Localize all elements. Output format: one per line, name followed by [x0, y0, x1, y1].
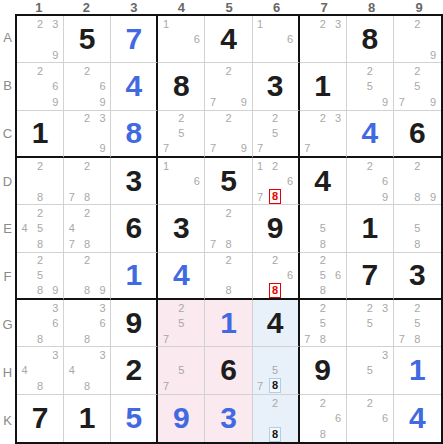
cell-K9[interactable]: 4	[394, 395, 441, 442]
cell-B1[interactable]: 269	[17, 63, 64, 110]
given-digit: 1	[347, 205, 393, 251]
candidate-2: 2	[268, 111, 283, 126]
cell-F6[interactable]: 268	[253, 253, 300, 300]
cell-E7[interactable]: 58	[300, 205, 347, 252]
candidate-7: 7	[300, 331, 315, 346]
candidate-3: 3	[48, 347, 63, 362]
candidate-7: 7	[158, 378, 173, 393]
candidate-5: 5	[315, 315, 330, 330]
given-digit: 5	[205, 158, 251, 204]
given-digit: 5	[64, 16, 110, 62]
cell-D2[interactable]: 278	[64, 158, 111, 205]
cell-C8[interactable]: 4	[347, 111, 394, 158]
row-label-C: C	[0, 110, 15, 158]
cell-E6[interactable]: 9	[253, 205, 300, 252]
candidate-8: 8	[32, 236, 47, 251]
candidate-8: 8	[315, 236, 330, 251]
candidate-4: 4	[17, 221, 32, 236]
candidate-2: 2	[315, 111, 330, 126]
cell-K1[interactable]: 7	[17, 395, 64, 442]
candidate-7: 7	[205, 94, 220, 109]
candidate-1: 1	[158, 158, 173, 173]
cell-G8[interactable]: 235	[347, 300, 394, 347]
candidate-8: 8	[79, 331, 94, 346]
cell-F7[interactable]: 2568	[300, 253, 347, 300]
candidate-5: 5	[174, 315, 189, 330]
candidate-9: 9	[48, 47, 63, 62]
given-digit: 2	[111, 347, 156, 393]
candidate-5: 5	[268, 363, 283, 378]
cell-E3[interactable]: 6	[111, 205, 158, 252]
col-label-7: 7	[300, 0, 348, 15]
candidate-7: 7	[64, 189, 79, 204]
boxed-candidate-digit: 8	[269, 427, 281, 442]
cell-B6[interactable]: 3	[253, 63, 300, 110]
given-digit: 1	[64, 395, 110, 442]
candidate-2: 2	[32, 158, 47, 173]
cell-A5[interactable]: 4	[205, 16, 252, 63]
candidate-5: 5	[268, 126, 283, 141]
candidate-2: 2	[174, 111, 189, 126]
cell-E8[interactable]: 1	[347, 205, 394, 252]
candidate-7: 7	[253, 189, 268, 204]
given-digit: 1	[300, 63, 346, 109]
solved-digit: 4	[347, 111, 393, 156]
cell-F5[interactable]: 28	[205, 253, 252, 300]
candidate-6: 6	[378, 173, 393, 188]
cell-C5[interactable]: 279	[205, 111, 252, 158]
cell-D8[interactable]: 269	[347, 158, 394, 205]
boxed-candidate-digit: 8	[269, 283, 281, 298]
solved-digit: 4	[394, 395, 441, 442]
given-digit: 6	[111, 205, 156, 251]
blue-boxed-candidate-8: 8	[268, 426, 283, 442]
given-digit: 6	[394, 111, 441, 156]
candidate-9: 9	[378, 189, 393, 204]
candidate-8: 8	[221, 236, 236, 251]
cell-G7[interactable]: 2578	[300, 300, 347, 347]
col-label-2: 2	[63, 0, 111, 15]
candidate-2: 2	[410, 300, 426, 315]
candidate-2: 2	[410, 63, 426, 78]
cell-B3[interactable]: 4	[111, 63, 158, 110]
candidate-5: 5	[174, 126, 189, 141]
candidate-9: 9	[95, 94, 110, 109]
cell-B5[interactable]: 279	[205, 63, 252, 110]
boxed-candidate-digit: 8	[269, 378, 281, 393]
candidate-9: 9	[236, 141, 251, 156]
candidate-2: 2	[174, 300, 189, 315]
cell-H7[interactable]: 9	[300, 347, 347, 394]
cell-A1[interactable]: 239	[17, 16, 64, 63]
candidate-2: 2	[32, 63, 47, 78]
candidate-3: 3	[330, 111, 345, 126]
candidate-5: 5	[410, 315, 426, 330]
given-digit: 8	[347, 16, 393, 62]
candidate-2: 2	[362, 395, 377, 411]
candidate-2: 2	[315, 300, 330, 315]
candidate-9: 9	[378, 94, 393, 109]
candidate-9: 9	[95, 141, 110, 156]
candidate-6: 6	[283, 268, 298, 283]
col-label-5: 5	[205, 0, 253, 15]
row-label-D: D	[0, 157, 15, 205]
given-digit: 3	[111, 158, 156, 204]
cell-B9[interactable]: 2579	[394, 63, 441, 110]
cell-D4[interactable]: 16	[158, 158, 205, 205]
candidate-3: 3	[48, 16, 63, 31]
solved-digit: 7	[111, 16, 156, 62]
candidate-1: 1	[253, 158, 268, 173]
candidate-7: 7	[158, 331, 173, 346]
candidate-9: 9	[425, 189, 441, 204]
candidate-7: 7	[300, 141, 315, 156]
cell-A6[interactable]: 16	[253, 16, 300, 63]
blue-boxed-candidate-8: 8	[268, 378, 283, 393]
candidate-2: 2	[221, 63, 236, 78]
candidate-8: 8	[79, 378, 94, 393]
col-label-3: 3	[110, 0, 158, 15]
cell-G3[interactable]: 9	[111, 300, 158, 347]
candidate-9: 9	[95, 283, 110, 298]
candidate-3: 3	[95, 347, 110, 362]
candidate-2: 2	[362, 63, 377, 78]
candidate-6: 6	[330, 410, 345, 426]
candidate-5: 5	[362, 315, 377, 330]
row-label-E: E	[0, 205, 15, 253]
candidate-2: 2	[221, 205, 236, 220]
solved-digit: 8	[111, 111, 156, 156]
candidate-2: 2	[79, 63, 94, 78]
cell-D7[interactable]: 4	[300, 158, 347, 205]
candidate-8: 8	[79, 236, 94, 251]
candidate-2: 2	[362, 300, 377, 315]
candidate-2: 2	[79, 253, 94, 268]
candidate-6: 6	[95, 315, 110, 330]
solved-digit: 1	[111, 253, 156, 298]
candidate-2: 2	[32, 16, 47, 31]
cell-H1[interactable]: 348	[17, 347, 64, 394]
candidate-2: 2	[315, 253, 330, 268]
cell-D9[interactable]: 289	[394, 158, 441, 205]
candidate-5: 5	[315, 268, 330, 283]
candidate-9: 9	[425, 47, 441, 62]
candidate-8: 8	[32, 331, 47, 346]
cell-C4[interactable]: 257	[158, 111, 205, 158]
given-digit: 4	[300, 158, 346, 204]
candidate-9: 9	[425, 94, 441, 109]
candidate-6: 6	[48, 79, 63, 94]
cell-E2[interactable]: 2478	[64, 205, 111, 252]
cell-H3[interactable]: 2	[111, 347, 158, 394]
cell-D3[interactable]: 3	[111, 158, 158, 205]
given-digit: 3	[253, 63, 298, 109]
cell-C1[interactable]: 1	[17, 111, 64, 158]
candidate-2: 2	[268, 253, 283, 268]
given-digit: 9	[111, 300, 156, 346]
cell-B8[interactable]: 259	[347, 63, 394, 110]
candidate-8: 8	[315, 283, 330, 298]
candidate-2: 2	[315, 395, 330, 411]
cell-F4[interactable]: 4	[158, 253, 205, 300]
cell-K2[interactable]: 1	[64, 395, 111, 442]
candidate-5: 5	[362, 363, 377, 378]
candidate-1: 1	[253, 16, 268, 31]
given-digit: 4	[253, 300, 298, 346]
cell-A8[interactable]: 8	[347, 16, 394, 63]
candidate-8: 8	[32, 283, 47, 298]
cell-H5[interactable]: 6	[205, 347, 252, 394]
row-labels: ABCDEFGHK	[0, 14, 15, 444]
cell-H4[interactable]: 57	[158, 347, 205, 394]
candidate-4: 4	[17, 363, 32, 378]
candidate-5: 5	[410, 221, 426, 236]
given-digit: 8	[158, 63, 204, 109]
candidate-2: 2	[268, 158, 283, 173]
candidate-8: 8	[79, 283, 94, 298]
cell-H8[interactable]: 35	[347, 347, 394, 394]
cell-H9[interactable]: 1	[394, 347, 441, 394]
cell-H2[interactable]: 348	[64, 347, 111, 394]
candidate-5: 5	[410, 79, 426, 94]
cell-C3[interactable]: 8	[111, 111, 158, 158]
candidate-8: 8	[410, 189, 426, 204]
cell-C9[interactable]: 6	[394, 111, 441, 158]
candidate-3: 3	[378, 300, 393, 315]
cell-G2[interactable]: 368	[64, 300, 111, 347]
candidate-7: 7	[158, 141, 173, 156]
row-label-B: B	[0, 62, 15, 110]
candidate-8: 8	[410, 331, 426, 346]
candidate-5: 5	[174, 363, 189, 378]
cell-D6[interactable]: 12678	[253, 158, 300, 205]
cell-A2[interactable]: 5	[64, 16, 111, 63]
candidate-8: 8	[79, 189, 94, 204]
row-label-F: F	[0, 253, 15, 301]
cell-A9[interactable]: 29	[394, 16, 441, 63]
given-digit: 3	[394, 253, 441, 298]
cell-A3[interactable]: 7	[111, 16, 158, 63]
candidate-5: 5	[315, 221, 330, 236]
cell-K8[interactable]: 26	[347, 395, 394, 442]
solved-digit: 4	[158, 253, 204, 298]
candidate-2: 2	[268, 395, 283, 411]
solved-digit: 9	[158, 395, 204, 442]
cell-F3[interactable]: 1	[111, 253, 158, 300]
candidate-6: 6	[283, 31, 298, 46]
sudoku-board: 2395716416238292692694827931259257912398…	[15, 14, 443, 444]
cell-B7[interactable]: 1	[300, 63, 347, 110]
cell-K3[interactable]: 5	[111, 395, 158, 442]
candidate-2: 2	[410, 158, 426, 173]
cell-K6[interactable]: 28	[253, 395, 300, 442]
candidate-2: 2	[32, 205, 47, 220]
given-digit: 7	[347, 253, 393, 298]
candidate-8: 8	[221, 283, 236, 298]
candidate-7: 7	[253, 378, 268, 393]
candidate-6: 6	[330, 268, 345, 283]
cell-C2[interactable]: 239	[64, 111, 111, 158]
solved-digit: 1	[394, 347, 441, 393]
solved-digit: 5	[111, 395, 156, 442]
cell-A4[interactable]: 16	[158, 16, 205, 63]
candidate-2: 2	[221, 111, 236, 126]
cell-B4[interactable]: 8	[158, 63, 205, 110]
row-label-K: K	[0, 396, 15, 444]
candidate-9: 9	[48, 94, 63, 109]
candidate-2: 2	[362, 158, 377, 173]
cell-G9[interactable]: 2578	[394, 300, 441, 347]
candidate-8: 8	[32, 189, 47, 204]
candidate-8: 8	[410, 236, 426, 251]
candidate-7: 7	[394, 94, 410, 109]
given-digit: 6	[205, 347, 251, 393]
candidate-2: 2	[79, 205, 94, 220]
red-boxed-candidate-8: 8	[268, 283, 283, 298]
cell-H6[interactable]: 578	[253, 347, 300, 394]
candidate-9: 9	[236, 94, 251, 109]
given-digit: 4	[205, 16, 251, 62]
col-label-1: 1	[15, 0, 63, 15]
candidate-6: 6	[378, 410, 393, 426]
row-label-H: H	[0, 348, 15, 396]
candidate-7: 7	[253, 141, 268, 156]
red-boxed-candidate-8: 8	[268, 189, 283, 204]
candidate-2: 2	[315, 16, 330, 31]
cell-A7[interactable]: 23	[300, 16, 347, 63]
cell-G6[interactable]: 4	[253, 300, 300, 347]
candidate-3: 3	[330, 16, 345, 31]
cell-K5[interactable]: 3	[205, 395, 252, 442]
column-labels: 123456789	[15, 0, 443, 14]
cell-C7[interactable]: 237	[300, 111, 347, 158]
candidate-6: 6	[48, 315, 63, 330]
candidate-2: 2	[79, 158, 94, 173]
candidate-2: 2	[410, 16, 426, 31]
candidate-5: 5	[32, 268, 47, 283]
cell-B2[interactable]: 269	[64, 63, 111, 110]
cell-F2[interactable]: 289	[64, 253, 111, 300]
cell-G4[interactable]: 257	[158, 300, 205, 347]
candidate-7: 7	[205, 236, 220, 251]
solved-digit: 1	[205, 300, 251, 346]
candidate-3: 3	[48, 300, 63, 315]
given-digit: 7	[17, 395, 63, 442]
candidate-7: 7	[64, 236, 79, 251]
col-label-8: 8	[348, 0, 396, 15]
candidate-3: 3	[378, 347, 393, 362]
row-label-G: G	[0, 301, 15, 349]
cell-F9[interactable]: 3	[394, 253, 441, 300]
given-digit: 1	[17, 111, 63, 156]
candidate-7: 7	[205, 141, 220, 156]
cell-F8[interactable]: 7	[347, 253, 394, 300]
col-label-6: 6	[253, 0, 301, 15]
candidate-7: 7	[394, 331, 410, 346]
candidate-6: 6	[189, 173, 204, 188]
cell-D5[interactable]: 5	[205, 158, 252, 205]
solved-digit: 4	[111, 63, 156, 109]
cell-E9[interactable]: 58	[394, 205, 441, 252]
given-digit: 9	[253, 205, 298, 251]
candidate-8: 8	[315, 331, 330, 346]
cell-K7[interactable]: 268	[300, 395, 347, 442]
given-digit: 3	[158, 205, 204, 251]
candidate-3: 3	[95, 300, 110, 315]
solved-digit: 3	[205, 395, 251, 442]
candidate-3: 3	[95, 111, 110, 126]
given-digit: 9	[300, 347, 346, 393]
cell-E5[interactable]: 278	[205, 205, 252, 252]
candidate-2: 2	[221, 253, 236, 268]
candidate-9: 9	[48, 283, 63, 298]
cell-G5[interactable]: 1	[205, 300, 252, 347]
candidate-4: 4	[64, 363, 79, 378]
sudoku-app: 123456789 ABCDEFGHK 23957164162382926926…	[0, 0, 443, 444]
col-label-4: 4	[158, 0, 206, 15]
candidate-6: 6	[189, 31, 204, 46]
candidate-5: 5	[32, 221, 47, 236]
col-label-9: 9	[395, 0, 443, 15]
candidate-1: 1	[158, 16, 173, 31]
candidate-6: 6	[95, 79, 110, 94]
candidate-5: 5	[362, 79, 377, 94]
cell-K4[interactable]: 9	[158, 395, 205, 442]
cell-E4[interactable]: 3	[158, 205, 205, 252]
cell-C6[interactable]: 257	[253, 111, 300, 158]
candidate-6: 6	[283, 173, 298, 188]
candidate-8: 8	[32, 378, 47, 393]
cell-G1[interactable]: 368	[17, 300, 64, 347]
row-label-A: A	[0, 14, 15, 62]
candidate-2: 2	[79, 111, 94, 126]
boxed-candidate-digit: 8	[269, 189, 281, 204]
candidate-2: 2	[32, 253, 47, 268]
cell-D1[interactable]: 28	[17, 158, 64, 205]
candidate-8: 8	[315, 426, 330, 442]
cell-E1[interactable]: 2458	[17, 205, 64, 252]
cell-F1[interactable]: 2589	[17, 253, 64, 300]
candidate-4: 4	[64, 221, 79, 236]
